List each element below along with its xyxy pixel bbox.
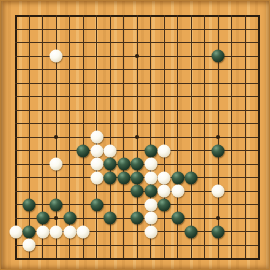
- stone-black[interactable]: [63, 212, 76, 225]
- stone-black[interactable]: [144, 144, 157, 157]
- star-point: [54, 135, 58, 139]
- stone-black[interactable]: [144, 185, 157, 198]
- star-point: [135, 54, 139, 58]
- stone-white[interactable]: [50, 158, 63, 171]
- stone-white[interactable]: [104, 144, 117, 157]
- stone-black[interactable]: [90, 198, 103, 211]
- stone-black[interactable]: [131, 158, 144, 171]
- stone-white[interactable]: [158, 171, 171, 184]
- stone-black[interactable]: [131, 171, 144, 184]
- stone-black[interactable]: [158, 198, 171, 211]
- stone-white[interactable]: [50, 50, 63, 63]
- stone-black[interactable]: [171, 212, 184, 225]
- stone-white[interactable]: [90, 144, 103, 157]
- stone-black[interactable]: [23, 225, 36, 238]
- stone-white[interactable]: [158, 144, 171, 157]
- stone-white[interactable]: [212, 185, 225, 198]
- star-point: [216, 135, 220, 139]
- stone-white[interactable]: [158, 185, 171, 198]
- grid-line-horizontal: [15, 258, 260, 260]
- stone-black[interactable]: [36, 212, 49, 225]
- star-point: [135, 135, 139, 139]
- stone-white[interactable]: [50, 225, 63, 238]
- stone-black[interactable]: [23, 198, 36, 211]
- stone-black[interactable]: [212, 144, 225, 157]
- stone-black[interactable]: [117, 158, 130, 171]
- stone-white[interactable]: [171, 185, 184, 198]
- grid-line-vertical: [191, 15, 192, 260]
- stone-white[interactable]: [90, 171, 103, 184]
- star-point: [54, 216, 58, 220]
- stone-white[interactable]: [144, 212, 157, 225]
- grid-line-vertical: [204, 15, 205, 260]
- grid-line-vertical: [258, 15, 260, 260]
- stone-white[interactable]: [63, 225, 76, 238]
- stone-white[interactable]: [77, 225, 90, 238]
- stone-black[interactable]: [131, 185, 144, 198]
- stone-black[interactable]: [104, 212, 117, 225]
- stone-white[interactable]: [144, 198, 157, 211]
- stone-black[interactable]: [185, 225, 198, 238]
- stone-white[interactable]: [36, 225, 49, 238]
- stone-black[interactable]: [212, 225, 225, 238]
- stone-black[interactable]: [212, 50, 225, 63]
- grid-line-vertical: [164, 15, 165, 260]
- stone-white[interactable]: [90, 131, 103, 144]
- stone-white[interactable]: [144, 158, 157, 171]
- stone-black[interactable]: [131, 212, 144, 225]
- stone-black[interactable]: [50, 198, 63, 211]
- grid-line-vertical: [231, 15, 232, 260]
- stone-black[interactable]: [171, 171, 184, 184]
- go-board[interactable]: [0, 0, 270, 270]
- stone-white[interactable]: [144, 171, 157, 184]
- star-point: [216, 216, 220, 220]
- stone-white[interactable]: [23, 239, 36, 252]
- grid-line-horizontal: [15, 245, 260, 246]
- stone-white[interactable]: [144, 225, 157, 238]
- stone-white[interactable]: [90, 158, 103, 171]
- stone-black[interactable]: [185, 171, 198, 184]
- stone-black[interactable]: [117, 171, 130, 184]
- grid-line-vertical: [245, 15, 246, 260]
- stone-black[interactable]: [77, 144, 90, 157]
- stone-white[interactable]: [9, 225, 22, 238]
- stone-black[interactable]: [104, 158, 117, 171]
- stone-black[interactable]: [104, 171, 117, 184]
